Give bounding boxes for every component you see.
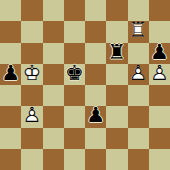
square-e5[interactable] [85, 64, 106, 85]
square-b7[interactable] [21, 21, 42, 42]
pawn-outline-icon: ♙ [22, 105, 41, 126]
square-c2[interactable] [43, 128, 64, 149]
white-rook-icon[interactable]: ♜♖ [129, 20, 148, 41]
square-c4[interactable] [43, 85, 64, 106]
square-c6[interactable] [43, 43, 64, 64]
square-e3[interactable]: ♟ [85, 106, 106, 127]
square-f6[interactable]: ♜ [106, 43, 127, 64]
square-e1[interactable] [85, 149, 106, 170]
pawn-outline-icon: ♙ [129, 63, 148, 84]
king-outline-icon: ♔ [22, 63, 41, 84]
square-a5[interactable]: ♟ [0, 64, 21, 85]
square-d2[interactable] [64, 128, 85, 149]
square-b8[interactable] [21, 0, 42, 21]
square-c8[interactable] [43, 0, 64, 21]
square-c5[interactable] [43, 64, 64, 85]
square-h8[interactable] [149, 0, 170, 21]
black-pawn-icon[interactable]: ♟ [1, 63, 20, 84]
square-f1[interactable] [106, 149, 127, 170]
square-d7[interactable] [64, 21, 85, 42]
square-e6[interactable] [85, 43, 106, 64]
square-g5[interactable]: ♟♙ [128, 64, 149, 85]
square-a8[interactable] [0, 0, 21, 21]
chess-board: ♜♖♜♟♟♚♔♚♟♙♟♙♟♙♟ [0, 0, 170, 170]
square-g2[interactable] [128, 128, 149, 149]
square-f4[interactable] [106, 85, 127, 106]
black-pawn-icon[interactable]: ♟ [150, 42, 169, 63]
square-d3[interactable] [64, 106, 85, 127]
square-g7[interactable]: ♜♖ [128, 21, 149, 42]
square-h4[interactable] [149, 85, 170, 106]
black-pawn-icon[interactable]: ♟ [86, 105, 105, 126]
square-a4[interactable] [0, 85, 21, 106]
square-e7[interactable] [85, 21, 106, 42]
square-f8[interactable] [106, 0, 127, 21]
square-b5[interactable]: ♚♔ [21, 64, 42, 85]
square-a2[interactable] [0, 128, 21, 149]
white-king-icon[interactable]: ♚♔ [22, 63, 41, 84]
square-b1[interactable] [21, 149, 42, 170]
square-c1[interactable] [43, 149, 64, 170]
white-pawn-icon[interactable]: ♟♙ [129, 63, 148, 84]
square-a1[interactable] [0, 149, 21, 170]
square-g1[interactable] [128, 149, 149, 170]
white-pawn-icon[interactable]: ♟♙ [22, 105, 41, 126]
square-f5[interactable] [106, 64, 127, 85]
square-h5[interactable]: ♟♙ [149, 64, 170, 85]
square-c3[interactable] [43, 106, 64, 127]
square-g4[interactable] [128, 85, 149, 106]
square-g3[interactable] [128, 106, 149, 127]
square-d4[interactable] [64, 85, 85, 106]
square-e8[interactable] [85, 0, 106, 21]
square-h1[interactable] [149, 149, 170, 170]
rook-outline-icon: ♖ [129, 20, 148, 41]
square-d1[interactable] [64, 149, 85, 170]
square-d8[interactable] [64, 0, 85, 21]
square-h2[interactable] [149, 128, 170, 149]
pawn-outline-icon: ♙ [150, 63, 169, 84]
square-d5[interactable]: ♚ [64, 64, 85, 85]
square-b2[interactable] [21, 128, 42, 149]
square-b3[interactable]: ♟♙ [21, 106, 42, 127]
square-c7[interactable] [43, 21, 64, 42]
square-e2[interactable] [85, 128, 106, 149]
square-f3[interactable] [106, 106, 127, 127]
black-king-icon[interactable]: ♚ [65, 63, 84, 84]
square-f2[interactable] [106, 128, 127, 149]
square-a3[interactable] [0, 106, 21, 127]
black-rook-icon[interactable]: ♜ [107, 42, 126, 63]
white-pawn-icon[interactable]: ♟♙ [150, 63, 169, 84]
square-h3[interactable] [149, 106, 170, 127]
square-a7[interactable] [0, 21, 21, 42]
